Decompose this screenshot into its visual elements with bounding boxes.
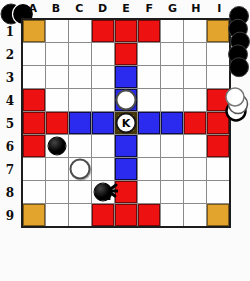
board-cell-A3[interactable] <box>23 66 45 88</box>
captured-white-stones-tray <box>222 87 250 129</box>
board-cell-H4[interactable] <box>184 89 206 111</box>
king-piece[interactable]: K <box>116 113 137 134</box>
board-cell-G5[interactable] <box>161 112 183 134</box>
board-cell-F3[interactable] <box>138 66 160 88</box>
board-cell-D5[interactable] <box>92 112 114 134</box>
black-attacker-stone[interactable] <box>94 183 113 202</box>
rank-labels: 123456789 <box>2 20 18 228</box>
rank-label-2: 2 <box>2 43 18 66</box>
rank-label-3: 3 <box>2 66 18 89</box>
board-cell-E7[interactable] <box>115 158 137 180</box>
board-cell-C4[interactable] <box>69 89 91 111</box>
board-cell-F9[interactable] <box>138 204 160 226</box>
board-cell-D6[interactable] <box>92 135 114 157</box>
board-cell-B2[interactable] <box>46 43 68 65</box>
board-cell-E6[interactable] <box>115 135 137 157</box>
rank-label-7: 7 <box>2 159 18 182</box>
white-defender-stone[interactable] <box>70 159 91 180</box>
board-cell-F6[interactable] <box>138 135 160 157</box>
board-cell-B4[interactable] <box>46 89 68 111</box>
board-cell-A2[interactable] <box>23 43 45 65</box>
board-cell-H1[interactable] <box>184 20 206 42</box>
board-cell-D1[interactable] <box>92 20 114 42</box>
file-label-C: C <box>68 2 91 16</box>
rank-label-8: 8 <box>2 182 18 205</box>
board-cell-H2[interactable] <box>184 43 206 65</box>
file-label-F: F <box>138 2 161 16</box>
board-cell-B6[interactable] <box>46 135 68 157</box>
tafl-game-screen: ABCDEFGHI 123456789 K <box>0 0 250 281</box>
board-cell-E2[interactable] <box>115 43 137 65</box>
board-cell-I1[interactable] <box>207 20 229 42</box>
board-cell-I7[interactable] <box>207 158 229 180</box>
board-cell-D8[interactable] <box>92 181 114 203</box>
board-cell-H8[interactable] <box>184 181 206 203</box>
black-attacker-stone[interactable] <box>48 137 67 156</box>
board-cell-C6[interactable] <box>69 135 91 157</box>
board-cell-A8[interactable] <box>23 181 45 203</box>
board-cell-G9[interactable] <box>161 204 183 226</box>
board-cell-G4[interactable] <box>161 89 183 111</box>
board-cell-A6[interactable] <box>23 135 45 157</box>
board-cell-G8[interactable] <box>161 181 183 203</box>
board-cell-H9[interactable] <box>184 204 206 226</box>
board-cell-F1[interactable] <box>138 20 160 42</box>
board-cell-H6[interactable] <box>184 135 206 157</box>
board-cell-C8[interactable] <box>69 181 91 203</box>
board-cell-G3[interactable] <box>161 66 183 88</box>
board-cell-G2[interactable] <box>161 43 183 65</box>
board-cell-H7[interactable] <box>184 158 206 180</box>
file-label-H: H <box>184 2 207 16</box>
board-cell-G6[interactable] <box>161 135 183 157</box>
rank-label-6: 6 <box>2 136 18 159</box>
board-cell-I3[interactable] <box>207 66 229 88</box>
file-labels: ABCDEFGHI <box>21 2 231 16</box>
board-cell-A9[interactable] <box>23 204 45 226</box>
file-label-D: D <box>91 2 114 16</box>
board-cell-E9[interactable] <box>115 204 137 226</box>
board-cell-A4[interactable] <box>23 89 45 111</box>
captured-white-stone <box>226 88 244 106</box>
file-label-G: G <box>161 2 184 16</box>
board-cell-D3[interactable] <box>92 66 114 88</box>
board-cell-H3[interactable] <box>184 66 206 88</box>
white-defender-stone[interactable] <box>116 90 137 111</box>
board-cell-B8[interactable] <box>46 181 68 203</box>
tafl-board[interactable]: K <box>21 18 231 228</box>
board-cell-C3[interactable] <box>69 66 91 88</box>
board-cell-F5[interactable] <box>138 112 160 134</box>
board-cell-C9[interactable] <box>69 204 91 226</box>
board-cell-B5[interactable] <box>46 112 68 134</box>
board-cell-B3[interactable] <box>46 66 68 88</box>
board-cell-D2[interactable] <box>92 43 114 65</box>
board-cell-E5[interactable]: K <box>115 112 137 134</box>
captured-black-stone <box>230 58 249 77</box>
board-cell-A5[interactable] <box>23 112 45 134</box>
board-cell-C2[interactable] <box>69 43 91 65</box>
board-cell-I2[interactable] <box>207 43 229 65</box>
rank-label-5: 5 <box>2 112 18 135</box>
board-cell-B9[interactable] <box>46 204 68 226</box>
rank-label-9: 9 <box>2 205 18 228</box>
board-cell-B7[interactable] <box>46 158 68 180</box>
board-cell-B1[interactable] <box>46 20 68 42</box>
board-cell-I6[interactable] <box>207 135 229 157</box>
rank-label-1: 1 <box>2 20 18 43</box>
board-cell-A1[interactable] <box>23 20 45 42</box>
file-label-A: A <box>21 2 44 16</box>
board-cell-C5[interactable] <box>69 112 91 134</box>
board-cell-D7[interactable] <box>92 158 114 180</box>
board-cell-D9[interactable] <box>92 204 114 226</box>
rank-label-4: 4 <box>2 89 18 112</box>
board-cell-F4[interactable] <box>138 89 160 111</box>
board-cell-E1[interactable] <box>115 20 137 42</box>
board-cell-G7[interactable] <box>161 158 183 180</box>
board-cell-E4[interactable] <box>115 89 137 111</box>
board-cell-A7[interactable] <box>23 158 45 180</box>
board-cell-I8[interactable] <box>207 181 229 203</box>
board-cell-H5[interactable] <box>184 112 206 134</box>
board-cell-C7[interactable] <box>69 158 91 180</box>
board-cell-G1[interactable] <box>161 20 183 42</box>
board-cell-I9[interactable] <box>207 204 229 226</box>
board-cell-F7[interactable] <box>138 158 160 180</box>
board-cell-D4[interactable] <box>92 89 114 111</box>
file-label-B: B <box>44 2 67 16</box>
file-label-E: E <box>114 2 137 16</box>
board-cell-E3[interactable] <box>115 66 137 88</box>
board-cell-E8[interactable] <box>115 181 137 203</box>
board-cell-F8[interactable] <box>138 181 160 203</box>
captured-black-stones-tray <box>227 6 250 80</box>
board-cell-F2[interactable] <box>138 43 160 65</box>
board-cell-C1[interactable] <box>69 20 91 42</box>
